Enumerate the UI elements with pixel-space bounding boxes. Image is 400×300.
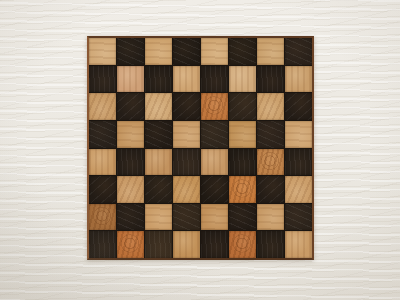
square-seam [229,93,256,120]
square-seam [173,176,200,203]
square-h4 [285,149,312,176]
square-seam [117,121,144,148]
square-f8 [229,38,256,65]
square-b2 [117,204,144,231]
square-d7 [173,66,200,93]
square-a8 [89,38,116,65]
square-seam [201,204,228,231]
square-seam [285,231,312,258]
square-seam [145,149,172,176]
square-c2 [145,204,172,231]
square-seam [285,176,312,203]
square-seam [145,38,172,65]
square-seam [145,93,172,120]
square-b6 [117,93,144,120]
square-f4 [229,149,256,176]
square-a6 [89,93,116,120]
square-e3 [201,176,228,203]
square-g7 [257,66,284,93]
square-a7 [89,66,116,93]
square-c5 [145,121,172,148]
square-c4 [145,149,172,176]
square-seam [257,38,284,65]
square-seam [89,66,116,93]
square-g3 [257,176,284,203]
square-g2 [257,204,284,231]
square-seam [229,66,256,93]
square-seam [117,149,144,176]
square-a4 [89,149,116,176]
square-d6 [173,93,200,120]
square-a5 [89,121,116,148]
square-seam [173,66,200,93]
square-a2 [89,204,116,231]
square-e5 [201,121,228,148]
square-b8 [117,38,144,65]
square-seam [201,121,228,148]
square-f5 [229,121,256,148]
square-g8 [257,38,284,65]
square-d1 [173,231,200,258]
square-f6 [229,93,256,120]
square-seam [257,204,284,231]
square-c6 [145,93,172,120]
square-d4 [173,149,200,176]
square-seam [145,204,172,231]
table-surface [0,0,400,300]
square-seam [173,204,200,231]
square-e7 [201,66,228,93]
square-e6 [201,93,228,120]
square-d3 [173,176,200,203]
square-seam [229,121,256,148]
square-seam [257,149,284,176]
square-seam [229,38,256,65]
square-seam [201,176,228,203]
square-seam [229,176,256,203]
square-seam [257,231,284,258]
square-c1 [145,231,172,258]
square-seam [201,38,228,65]
square-b5 [117,121,144,148]
square-seam [173,93,200,120]
square-b4 [117,149,144,176]
square-seam [145,176,172,203]
square-h1 [285,231,312,258]
square-seam [89,93,116,120]
square-h8 [285,38,312,65]
square-seam [145,66,172,93]
square-h6 [285,93,312,120]
square-seam [117,38,144,65]
square-seam [285,66,312,93]
square-seam [173,231,200,258]
square-e2 [201,204,228,231]
square-c8 [145,38,172,65]
square-seam [285,149,312,176]
square-seam [201,93,228,120]
square-seam [89,204,116,231]
square-seam [145,231,172,258]
square-seam [89,149,116,176]
square-d2 [173,204,200,231]
square-seam [117,93,144,120]
square-a3 [89,176,116,203]
square-seam [285,93,312,120]
square-d5 [173,121,200,148]
square-seam [117,204,144,231]
square-e1 [201,231,228,258]
square-seam [201,66,228,93]
square-f3 [229,176,256,203]
square-g5 [257,121,284,148]
square-seam [201,231,228,258]
square-seam [145,121,172,148]
square-h3 [285,176,312,203]
square-g4 [257,149,284,176]
square-seam [257,121,284,148]
chess-board [87,36,314,260]
square-seam [285,204,312,231]
square-g6 [257,93,284,120]
square-c3 [145,176,172,203]
square-seam [257,93,284,120]
square-d8 [173,38,200,65]
square-seam [117,176,144,203]
square-seam [89,121,116,148]
square-seam [257,176,284,203]
square-g1 [257,231,284,258]
square-f2 [229,204,256,231]
square-seam [201,149,228,176]
square-seam [229,231,256,258]
square-seam [89,231,116,258]
square-seam [173,121,200,148]
square-seam [285,121,312,148]
square-b1 [117,231,144,258]
square-a1 [89,231,116,258]
square-e8 [201,38,228,65]
square-seam [229,149,256,176]
square-f1 [229,231,256,258]
square-h7 [285,66,312,93]
square-seam [117,231,144,258]
square-b7 [117,66,144,93]
square-seam [285,38,312,65]
square-seam [89,176,116,203]
square-b3 [117,176,144,203]
square-seam [173,38,200,65]
square-seam [229,204,256,231]
square-f7 [229,66,256,93]
square-h2 [285,204,312,231]
square-seam [117,66,144,93]
square-e4 [201,149,228,176]
square-seam [257,66,284,93]
square-seam [89,38,116,65]
square-h5 [285,121,312,148]
square-seam [173,149,200,176]
square-c7 [145,66,172,93]
